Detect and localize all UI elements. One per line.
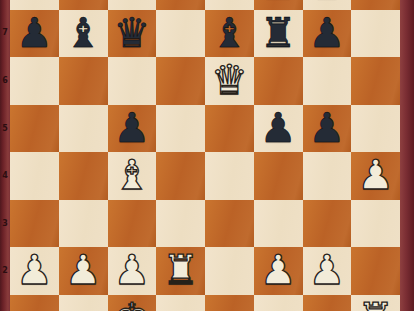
square-c7[interactable]: ♛ [108, 10, 157, 58]
piece-white-pawn-f2[interactable]: ♟ [254, 247, 303, 295]
square-h1[interactable]: ♜ [351, 295, 400, 311]
square-d4[interactable] [156, 152, 205, 200]
square-h2[interactable] [351, 247, 400, 295]
square-f1[interactable] [254, 295, 303, 311]
square-c2[interactable]: ♟ [108, 247, 157, 295]
square-a2[interactable]: ♟ [10, 247, 59, 295]
rank-label-6: 6 [0, 77, 10, 85]
square-e6[interactable]: ♛ [205, 57, 254, 105]
square-g2[interactable]: ♟ [303, 247, 352, 295]
rank-label-3: 3 [0, 220, 10, 228]
square-a3[interactable] [10, 200, 59, 248]
square-a4[interactable] [10, 152, 59, 200]
piece-black-pawn-a7[interactable]: ♟ [10, 10, 59, 58]
piece-white-pawn-b2[interactable]: ♟ [59, 247, 108, 295]
square-a1[interactable] [10, 295, 59, 311]
piece-white-pawn-g2[interactable]: ♟ [303, 247, 352, 295]
piece-white-pawn-a2[interactable]: ♟ [10, 247, 59, 295]
square-f5[interactable]: ♟ [254, 105, 303, 153]
square-a5[interactable] [10, 105, 59, 153]
square-h4[interactable]: ♟ [351, 152, 400, 200]
board-frame-right [400, 0, 414, 311]
square-c5[interactable]: ♟ [108, 105, 157, 153]
square-h5[interactable] [351, 105, 400, 153]
square-g5[interactable]: ♟ [303, 105, 352, 153]
square-b4[interactable] [59, 152, 108, 200]
rank-label-7: 7 [0, 29, 10, 37]
square-d3[interactable] [156, 200, 205, 248]
piece-black-pawn-g5[interactable]: ♟ [303, 105, 352, 153]
square-b3[interactable] [59, 200, 108, 248]
square-h7[interactable] [351, 10, 400, 58]
square-g7[interactable]: ♟ [303, 10, 352, 58]
piece-black-rook-f7[interactable]: ♜ [254, 10, 303, 58]
piece-white-king-c1[interactable]: ♚ [108, 295, 157, 311]
square-g6[interactable] [303, 57, 352, 105]
square-f6[interactable] [254, 57, 303, 105]
piece-white-queen-e6[interactable]: ♛ [205, 57, 254, 105]
square-f4[interactable] [254, 152, 303, 200]
piece-white-rook-d2[interactable]: ♜ [156, 247, 205, 295]
piece-white-pawn-h4[interactable]: ♟ [351, 152, 400, 200]
board-frame-left [0, 0, 10, 311]
square-c6[interactable] [108, 57, 157, 105]
square-h6[interactable] [351, 57, 400, 105]
square-b6[interactable] [59, 57, 108, 105]
square-c3[interactable] [108, 200, 157, 248]
square-g3[interactable] [303, 200, 352, 248]
piece-black-bishop-e7[interactable]: ♝ [205, 10, 254, 58]
square-d6[interactable] [156, 57, 205, 105]
piece-black-pawn-f5[interactable]: ♟ [254, 105, 303, 153]
rank-label-5: 5 [0, 125, 10, 133]
square-d2[interactable]: ♜ [156, 247, 205, 295]
square-c1[interactable]: ♚ [108, 295, 157, 311]
square-b2[interactable]: ♟ [59, 247, 108, 295]
square-g4[interactable] [303, 152, 352, 200]
square-e5[interactable] [205, 105, 254, 153]
square-d1[interactable] [156, 295, 205, 311]
piece-white-pawn-c2[interactable]: ♟ [108, 247, 157, 295]
square-g1[interactable] [303, 295, 352, 311]
square-d7[interactable] [156, 10, 205, 58]
square-f7[interactable]: ♜ [254, 10, 303, 58]
piece-black-queen-c7[interactable]: ♛ [108, 10, 157, 58]
rank-label-2: 2 [0, 267, 10, 275]
square-c4[interactable]: ♝ [108, 152, 157, 200]
chess-board-viewport: ♜♚♟♝♛♝♜♟♛♟♟♟♝♟♟♟♟♜♟♟♚♜ 765432 [0, 0, 414, 311]
square-b1[interactable] [59, 295, 108, 311]
square-e4[interactable] [205, 152, 254, 200]
chess-board: ♜♚♟♝♛♝♜♟♛♟♟♟♝♟♟♟♟♜♟♟♚♜ [10, 0, 400, 311]
square-e2[interactable] [205, 247, 254, 295]
piece-white-bishop-c4[interactable]: ♝ [108, 152, 157, 200]
square-h8[interactable] [351, 0, 400, 10]
square-b7[interactable]: ♝ [59, 10, 108, 58]
square-a7[interactable]: ♟ [10, 10, 59, 58]
square-d5[interactable] [156, 105, 205, 153]
piece-black-bishop-b7[interactable]: ♝ [59, 10, 108, 58]
square-f2[interactable]: ♟ [254, 247, 303, 295]
piece-black-pawn-g7[interactable]: ♟ [303, 10, 352, 58]
square-b5[interactable] [59, 105, 108, 153]
piece-black-pawn-c5[interactable]: ♟ [108, 105, 157, 153]
rank-label-4: 4 [0, 172, 10, 180]
square-d8[interactable] [156, 0, 205, 10]
square-h3[interactable] [351, 200, 400, 248]
square-e3[interactable] [205, 200, 254, 248]
square-e7[interactable]: ♝ [205, 10, 254, 58]
piece-white-rook-h1[interactable]: ♜ [351, 295, 400, 311]
square-a6[interactable] [10, 57, 59, 105]
square-e1[interactable] [205, 295, 254, 311]
square-f3[interactable] [254, 200, 303, 248]
